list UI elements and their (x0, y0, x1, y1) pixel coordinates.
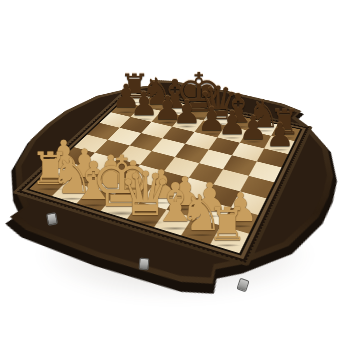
metal-clasp (46, 212, 58, 226)
metal-clasp (139, 258, 150, 271)
product-photo-scene: ♜♞♝♚♛♝♞♜♟♟♟♟♟♟♟♟♟♟♟♟♟♟♟♟♜♞♝♚♛♝♞♜ (0, 0, 350, 350)
